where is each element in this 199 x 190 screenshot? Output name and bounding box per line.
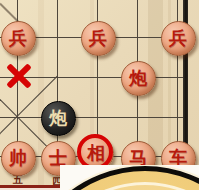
red-general[interactable]: 帅 bbox=[1, 141, 36, 176]
golden-piece-inner-ring bbox=[60, 182, 199, 190]
red-soldier-file3[interactable]: 兵 bbox=[81, 21, 116, 56]
red-soldier-file5[interactable]: 兵 bbox=[1, 21, 36, 56]
large-golden-piece-graphic bbox=[60, 166, 199, 190]
black-cannon-file4[interactable]: 炮 bbox=[41, 101, 76, 136]
xiangqi-board-screenshot: 五 四 兵兵兵炮炮帅士相马车 bbox=[0, 0, 199, 190]
page-background-strip bbox=[0, 188, 60, 190]
red-soldier-file1[interactable]: 兵 bbox=[161, 21, 196, 56]
red-cannon-file2[interactable]: 炮 bbox=[121, 61, 156, 96]
bottom-overlay-band bbox=[60, 165, 199, 190]
